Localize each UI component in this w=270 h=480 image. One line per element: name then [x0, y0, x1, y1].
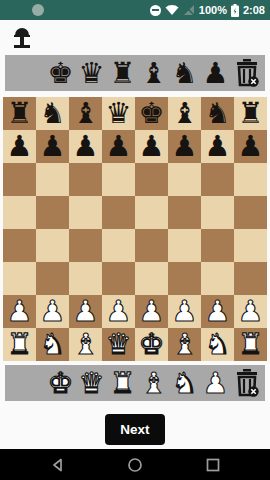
square-a4[interactable]	[3, 229, 36, 262]
black-bishop: ♝	[73, 99, 99, 128]
black-piece-palette: ♚♛♜♝♞♟	[5, 55, 265, 91]
white-pawn: ♟	[139, 297, 165, 326]
piece-glyph: ♟	[203, 59, 229, 88]
square-c7[interactable]: ♟	[69, 130, 102, 163]
square-c1[interactable]: ♝	[69, 328, 102, 361]
home-circle-icon	[127, 457, 143, 473]
square-g5[interactable]	[201, 196, 234, 229]
square-e2[interactable]: ♟	[135, 295, 168, 328]
square-g1[interactable]: ♞	[201, 328, 234, 361]
palette-white-king[interactable]: ♚	[45, 365, 76, 401]
square-a6[interactable]	[3, 163, 36, 196]
square-f5[interactable]	[168, 196, 201, 229]
palette-white-bishop[interactable]: ♝	[138, 365, 169, 401]
black-pawn: ♟	[205, 132, 231, 161]
square-h6[interactable]	[234, 163, 267, 196]
black-knight: ♞	[40, 99, 66, 128]
square-a3[interactable]	[3, 262, 36, 295]
pawn-stud-tool-icon[interactable]	[12, 26, 32, 49]
no-signal-icon	[183, 4, 195, 16]
palette-black-queen[interactable]: ♛	[76, 55, 107, 91]
square-e6[interactable]	[135, 163, 168, 196]
square-b6[interactable]	[36, 163, 69, 196]
piece-glyph: ♛	[79, 59, 105, 88]
square-g6[interactable]	[201, 163, 234, 196]
palette-black-knight[interactable]: ♞	[169, 55, 200, 91]
palette-white-queen[interactable]: ♛	[76, 365, 107, 401]
square-g7[interactable]: ♟	[201, 130, 234, 163]
square-f1[interactable]: ♝	[168, 328, 201, 361]
square-e8[interactable]: ♚	[135, 97, 168, 130]
wifi-icon	[165, 4, 179, 16]
next-button[interactable]: Next	[105, 414, 165, 445]
square-g8[interactable]: ♞	[201, 97, 234, 130]
notification-dot-icon	[32, 4, 44, 16]
square-f3[interactable]	[168, 262, 201, 295]
piece-glyph: ♛	[79, 369, 105, 398]
do-not-disturb-icon	[150, 5, 161, 16]
square-d4[interactable]	[102, 229, 135, 262]
palette-white-rook[interactable]: ♜	[107, 365, 138, 401]
square-b7[interactable]: ♟	[36, 130, 69, 163]
black-king: ♚	[139, 99, 165, 128]
square-b3[interactable]	[36, 262, 69, 295]
delete-piece-button[interactable]	[231, 55, 262, 91]
palette-black-rook[interactable]: ♜	[107, 55, 138, 91]
square-e7[interactable]: ♟	[135, 130, 168, 163]
nav-home-button[interactable]	[115, 453, 155, 477]
square-d7[interactable]: ♟	[102, 130, 135, 163]
white-rook: ♜	[7, 330, 33, 359]
square-g3[interactable]	[201, 262, 234, 295]
battery-percent-label: 100%	[199, 4, 227, 16]
black-knight: ♞	[205, 99, 231, 128]
square-a2[interactable]: ♟	[3, 295, 36, 328]
square-b5[interactable]	[36, 196, 69, 229]
black-pawn: ♟	[172, 132, 198, 161]
palette-white-knight[interactable]: ♞	[169, 365, 200, 401]
black-pawn: ♟	[139, 132, 165, 161]
square-a7[interactable]: ♟	[3, 130, 36, 163]
square-h8[interactable]: ♜	[234, 97, 267, 130]
palette-black-king[interactable]: ♚	[45, 55, 76, 91]
back-triangle-icon	[50, 457, 66, 473]
square-c8[interactable]: ♝	[69, 97, 102, 130]
square-a5[interactable]	[3, 196, 36, 229]
palette-white-pawn[interactable]: ♟	[200, 365, 231, 401]
square-g2[interactable]: ♟	[201, 295, 234, 328]
square-f6[interactable]	[168, 163, 201, 196]
trash-delete-icon	[235, 369, 259, 397]
white-knight: ♞	[205, 330, 231, 359]
white-pawn: ♟	[238, 297, 264, 326]
square-h7[interactable]: ♟	[234, 130, 267, 163]
black-rook: ♜	[7, 99, 33, 128]
square-c4[interactable]	[69, 229, 102, 262]
white-pawn: ♟	[172, 297, 198, 326]
white-pawn: ♟	[106, 297, 132, 326]
square-h1[interactable]: ♜	[234, 328, 267, 361]
piece-glyph: ♝	[141, 369, 167, 398]
nav-recents-button[interactable]	[193, 453, 233, 477]
piece-glyph: ♞	[172, 369, 198, 398]
square-b4[interactable]	[36, 229, 69, 262]
trash-delete-icon	[235, 59, 259, 87]
square-g4[interactable]	[201, 229, 234, 262]
clock-label: 2:08	[243, 4, 265, 16]
square-f8[interactable]: ♝	[168, 97, 201, 130]
black-pawn: ♟	[106, 132, 132, 161]
black-queen: ♛	[106, 99, 132, 128]
white-bishop: ♝	[172, 330, 198, 359]
square-f2[interactable]: ♟	[168, 295, 201, 328]
square-h5[interactable]	[234, 196, 267, 229]
square-c5[interactable]	[69, 196, 102, 229]
white-pawn: ♟	[73, 297, 99, 326]
black-pawn: ♟	[40, 132, 66, 161]
battery-charging-icon	[231, 4, 239, 17]
square-b1[interactable]: ♞	[36, 328, 69, 361]
square-e5[interactable]	[135, 196, 168, 229]
piece-glyph: ♚	[48, 369, 74, 398]
square-d1[interactable]: ♛	[102, 328, 135, 361]
piece-glyph: ♜	[110, 59, 136, 88]
piece-glyph: ♟	[203, 369, 229, 398]
square-c3[interactable]	[69, 262, 102, 295]
square-a1[interactable]: ♜	[3, 328, 36, 361]
square-c2[interactable]: ♟	[69, 295, 102, 328]
white-pawn: ♟	[7, 297, 33, 326]
square-b8[interactable]: ♞	[36, 97, 69, 130]
square-c6[interactable]	[69, 163, 102, 196]
black-pawn: ♟	[238, 132, 264, 161]
delete-piece-button[interactable]	[231, 365, 262, 401]
square-e3[interactable]	[135, 262, 168, 295]
piece-glyph: ♜	[110, 369, 136, 398]
black-rook: ♜	[238, 99, 264, 128]
square-d6[interactable]	[102, 163, 135, 196]
square-e1[interactable]: ♚	[135, 328, 168, 361]
square-d5[interactable]	[102, 196, 135, 229]
recents-square-icon	[205, 457, 221, 473]
white-pawn: ♟	[40, 297, 66, 326]
square-b2[interactable]: ♟	[36, 295, 69, 328]
white-piece-palette: ♚♛♜♝♞♟	[5, 365, 265, 401]
black-pawn: ♟	[73, 132, 99, 161]
white-bishop: ♝	[73, 330, 99, 359]
square-h4[interactable]	[234, 229, 267, 262]
chess-board: ♜♞♝♛♚♝♞♜♟♟♟♟♟♟♟♟♟♟♟♟♟♟♟♟♜♞♝♛♚♝♞♜	[3, 97, 267, 361]
toolbar	[0, 20, 270, 55]
piece-glyph: ♝	[141, 59, 167, 88]
square-e4[interactable]	[135, 229, 168, 262]
piece-glyph: ♚	[48, 59, 74, 88]
white-rook: ♜	[238, 330, 264, 359]
white-queen: ♛	[106, 330, 132, 359]
square-a8[interactable]: ♜	[3, 97, 36, 130]
palette-black-pawn[interactable]: ♟	[200, 55, 231, 91]
square-h3[interactable]	[234, 262, 267, 295]
white-knight: ♞	[40, 330, 66, 359]
square-d2[interactable]: ♟	[102, 295, 135, 328]
black-bishop: ♝	[172, 99, 198, 128]
nav-back-button[interactable]	[38, 453, 78, 477]
piece-glyph: ♞	[172, 59, 198, 88]
android-nav-bar	[0, 449, 270, 480]
square-f7[interactable]: ♟	[168, 130, 201, 163]
white-king: ♚	[139, 330, 165, 359]
square-h2[interactable]: ♟	[234, 295, 267, 328]
square-d3[interactable]	[102, 262, 135, 295]
status-bar: 100% 2:08	[0, 0, 270, 20]
square-d8[interactable]: ♛	[102, 97, 135, 130]
palette-black-bishop[interactable]: ♝	[138, 55, 169, 91]
square-f4[interactable]	[168, 229, 201, 262]
white-pawn: ♟	[205, 297, 231, 326]
black-pawn: ♟	[7, 132, 33, 161]
